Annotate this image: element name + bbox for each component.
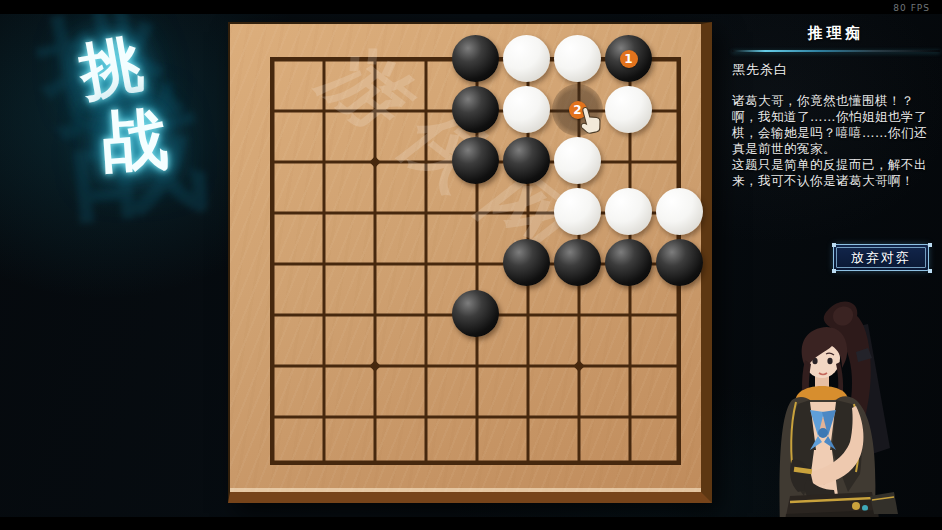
dialogue-text: 诸葛大哥，你竟然也懂围棋！？ 啊，我知道了……你怕姐姐也学了 棋，会输她是吗？嘻… — [732, 93, 940, 189]
game-screen: 80 FPS 挑 战 挑 战 游侠网 2 1 推理痴 — [0, 0, 942, 530]
bottom-letterbox-bar — [0, 517, 942, 530]
black-stone — [654, 237, 705, 288]
black-stone: 1 — [603, 33, 654, 84]
white-stone — [603, 186, 654, 237]
white-stone — [552, 33, 603, 84]
give-up-button-label: 放弃对弈 — [851, 249, 911, 267]
fps-counter: 80 FPS — [893, 3, 930, 13]
puzzle-panel: 推理痴 黑先杀白 诸葛大哥，你竟然也懂围棋！？ 啊，我知道了……你怕姐姐也学了 … — [732, 24, 940, 189]
move-number-badge: 1 — [620, 50, 638, 68]
stone-grid: 2 1 — [246, 33, 705, 492]
black-stone — [501, 237, 552, 288]
black-stone — [603, 237, 654, 288]
black-stone — [450, 33, 501, 84]
white-stone — [552, 186, 603, 237]
white-stone — [501, 33, 552, 84]
title-divider — [732, 50, 940, 52]
ghost-move-preview[interactable]: 2 — [552, 84, 603, 135]
go-board[interactable]: 游侠网 2 1 — [228, 22, 712, 503]
black-stone — [450, 135, 501, 186]
top-letterbox-bar — [0, 0, 942, 14]
black-stone — [552, 237, 603, 288]
give-up-button[interactable]: 放弃对弈 — [833, 244, 929, 271]
banner-shadow-char-2: 战 — [61, 55, 215, 251]
ghost-stone: 2 — [552, 84, 603, 136]
white-stone — [603, 84, 654, 135]
black-stone — [501, 135, 552, 186]
white-stone — [654, 186, 705, 237]
puzzle-title: 推理痴 — [732, 24, 940, 43]
challenge-banner: 挑 战 挑 战 — [18, 0, 208, 230]
black-stone — [450, 84, 501, 135]
white-stone — [552, 135, 603, 186]
banner-glow-char-2: 战 — [99, 94, 171, 188]
banner-shadow-char-1: 挑 — [23, 0, 184, 166]
puzzle-objective: 黑先杀白 — [732, 61, 940, 79]
white-stone — [501, 84, 552, 135]
character-illustration — [752, 300, 942, 530]
banner-glow-char-1: 挑 — [73, 21, 149, 114]
board-bevel-highlight — [230, 488, 701, 492]
black-stone — [450, 288, 501, 339]
